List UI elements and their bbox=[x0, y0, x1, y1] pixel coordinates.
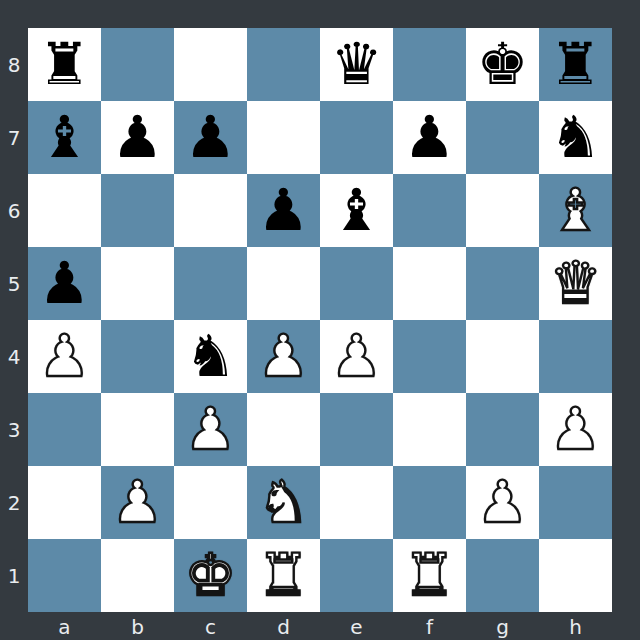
square-a3[interactable] bbox=[28, 393, 101, 466]
black-queen-e8[interactable]: ♛︎ bbox=[331, 28, 383, 101]
rank-label-3: 3 bbox=[0, 393, 28, 466]
square-a2[interactable] bbox=[28, 466, 101, 539]
square-c1[interactable]: ♚︎ bbox=[174, 539, 247, 612]
rank-labels: 87654321 bbox=[0, 28, 28, 612]
square-c6[interactable] bbox=[174, 174, 247, 247]
square-g4[interactable] bbox=[466, 320, 539, 393]
square-e3[interactable] bbox=[320, 393, 393, 466]
square-e6[interactable]: ♝︎ bbox=[320, 174, 393, 247]
chess-board: ♜︎♛︎♚︎♜︎♝︎♟︎♟︎♟︎♞︎♟︎♝︎♝︎♟︎♛︎♟︎♞︎♟︎♟︎♟︎♟︎… bbox=[28, 28, 612, 612]
white-rook-d1[interactable]: ♜︎ bbox=[258, 539, 310, 612]
black-pawn-b7[interactable]: ♟︎ bbox=[112, 101, 164, 174]
square-d1[interactable]: ♜︎ bbox=[247, 539, 320, 612]
square-f2[interactable] bbox=[393, 466, 466, 539]
black-knight-h7[interactable]: ♞︎ bbox=[550, 101, 602, 174]
rank-label-2: 2 bbox=[0, 466, 28, 539]
black-king-g8[interactable]: ♚︎ bbox=[477, 28, 529, 101]
square-g8[interactable]: ♚︎ bbox=[466, 28, 539, 101]
white-pawn-c3[interactable]: ♟︎ bbox=[185, 393, 237, 466]
black-knight-c4[interactable]: ♞︎ bbox=[185, 320, 237, 393]
black-rook-a8[interactable]: ♜︎ bbox=[39, 28, 91, 101]
white-king-c1[interactable]: ♚︎ bbox=[185, 539, 237, 612]
black-pawn-d6[interactable]: ♟︎ bbox=[258, 174, 310, 247]
square-e8[interactable]: ♛︎ bbox=[320, 28, 393, 101]
square-a1[interactable] bbox=[28, 539, 101, 612]
rank-label-5: 5 bbox=[0, 247, 28, 320]
square-h4[interactable] bbox=[539, 320, 612, 393]
square-c8[interactable] bbox=[174, 28, 247, 101]
white-pawn-a4[interactable]: ♟︎ bbox=[39, 320, 91, 393]
square-b2[interactable]: ♟︎ bbox=[101, 466, 174, 539]
black-bishop-a7[interactable]: ♝︎ bbox=[39, 101, 91, 174]
black-pawn-a5[interactable]: ♟︎ bbox=[39, 247, 91, 320]
square-g7[interactable] bbox=[466, 101, 539, 174]
square-c7[interactable]: ♟︎ bbox=[174, 101, 247, 174]
file-label-e: e bbox=[320, 612, 393, 640]
white-pawn-h3[interactable]: ♟︎ bbox=[550, 393, 602, 466]
chess-app: 87654321 ♜︎♛︎♚︎♜︎♝︎♟︎♟︎♟︎♞︎♟︎♝︎♝︎♟︎♛︎♟︎♞… bbox=[0, 0, 640, 640]
square-g6[interactable] bbox=[466, 174, 539, 247]
rank-label-1: 1 bbox=[0, 539, 28, 612]
square-b6[interactable] bbox=[101, 174, 174, 247]
square-h6[interactable]: ♝︎ bbox=[539, 174, 612, 247]
square-d5[interactable] bbox=[247, 247, 320, 320]
square-e2[interactable] bbox=[320, 466, 393, 539]
white-pawn-b2[interactable]: ♟︎ bbox=[112, 466, 164, 539]
rank-label-8: 8 bbox=[0, 28, 28, 101]
rank-label-4: 4 bbox=[0, 320, 28, 393]
square-f7[interactable]: ♟︎ bbox=[393, 101, 466, 174]
square-h1[interactable] bbox=[539, 539, 612, 612]
square-h2[interactable] bbox=[539, 466, 612, 539]
black-rook-h8[interactable]: ♜︎ bbox=[550, 28, 602, 101]
square-a7[interactable]: ♝︎ bbox=[28, 101, 101, 174]
square-d2[interactable]: ♞︎ bbox=[247, 466, 320, 539]
square-a6[interactable] bbox=[28, 174, 101, 247]
square-h3[interactable]: ♟︎ bbox=[539, 393, 612, 466]
white-bishop-h6[interactable]: ♝︎ bbox=[550, 174, 602, 247]
square-c4[interactable]: ♞︎ bbox=[174, 320, 247, 393]
file-label-c: c bbox=[174, 612, 247, 640]
white-pawn-d4[interactable]: ♟︎ bbox=[258, 320, 310, 393]
square-b7[interactable]: ♟︎ bbox=[101, 101, 174, 174]
rank-label-6: 6 bbox=[0, 174, 28, 247]
square-g5[interactable] bbox=[466, 247, 539, 320]
file-label-f: f bbox=[393, 612, 466, 640]
square-d8[interactable] bbox=[247, 28, 320, 101]
square-d3[interactable] bbox=[247, 393, 320, 466]
white-pawn-e4[interactable]: ♟︎ bbox=[331, 320, 383, 393]
square-e5[interactable] bbox=[320, 247, 393, 320]
black-bishop-e6[interactable]: ♝︎ bbox=[331, 174, 383, 247]
square-b5[interactable] bbox=[101, 247, 174, 320]
file-labels: abcdefgh bbox=[28, 612, 612, 640]
square-b3[interactable] bbox=[101, 393, 174, 466]
square-f3[interactable] bbox=[393, 393, 466, 466]
square-g3[interactable] bbox=[466, 393, 539, 466]
black-pawn-c7[interactable]: ♟︎ bbox=[185, 101, 237, 174]
square-b1[interactable] bbox=[101, 539, 174, 612]
square-d7[interactable] bbox=[247, 101, 320, 174]
square-a5[interactable]: ♟︎ bbox=[28, 247, 101, 320]
rank-label-7: 7 bbox=[0, 101, 28, 174]
square-b4[interactable] bbox=[101, 320, 174, 393]
square-d4[interactable]: ♟︎ bbox=[247, 320, 320, 393]
square-c5[interactable] bbox=[174, 247, 247, 320]
square-e7[interactable] bbox=[320, 101, 393, 174]
square-d6[interactable]: ♟︎ bbox=[247, 174, 320, 247]
file-label-h: h bbox=[539, 612, 612, 640]
white-queen-h5[interactable]: ♛︎ bbox=[550, 247, 602, 320]
white-pawn-g2[interactable]: ♟︎ bbox=[477, 466, 529, 539]
square-f4[interactable] bbox=[393, 320, 466, 393]
square-h8[interactable]: ♜︎ bbox=[539, 28, 612, 101]
file-label-b: b bbox=[101, 612, 174, 640]
square-e1[interactable] bbox=[320, 539, 393, 612]
square-b8[interactable] bbox=[101, 28, 174, 101]
white-knight-d2[interactable]: ♞︎ bbox=[258, 466, 310, 539]
square-f5[interactable] bbox=[393, 247, 466, 320]
white-rook-f1[interactable]: ♜︎ bbox=[404, 539, 456, 612]
file-label-g: g bbox=[466, 612, 539, 640]
black-pawn-f7[interactable]: ♟︎ bbox=[404, 101, 456, 174]
file-label-d: d bbox=[247, 612, 320, 640]
square-h5[interactable]: ♛︎ bbox=[539, 247, 612, 320]
square-e4[interactable]: ♟︎ bbox=[320, 320, 393, 393]
square-f1[interactable]: ♜︎ bbox=[393, 539, 466, 612]
square-g1[interactable] bbox=[466, 539, 539, 612]
square-a8[interactable]: ♜︎ bbox=[28, 28, 101, 101]
square-c2[interactable] bbox=[174, 466, 247, 539]
square-g2[interactable]: ♟︎ bbox=[466, 466, 539, 539]
square-f6[interactable] bbox=[393, 174, 466, 247]
square-f8[interactable] bbox=[393, 28, 466, 101]
square-c3[interactable]: ♟︎ bbox=[174, 393, 247, 466]
square-a4[interactable]: ♟︎ bbox=[28, 320, 101, 393]
file-label-a: a bbox=[28, 612, 101, 640]
square-h7[interactable]: ♞︎ bbox=[539, 101, 612, 174]
